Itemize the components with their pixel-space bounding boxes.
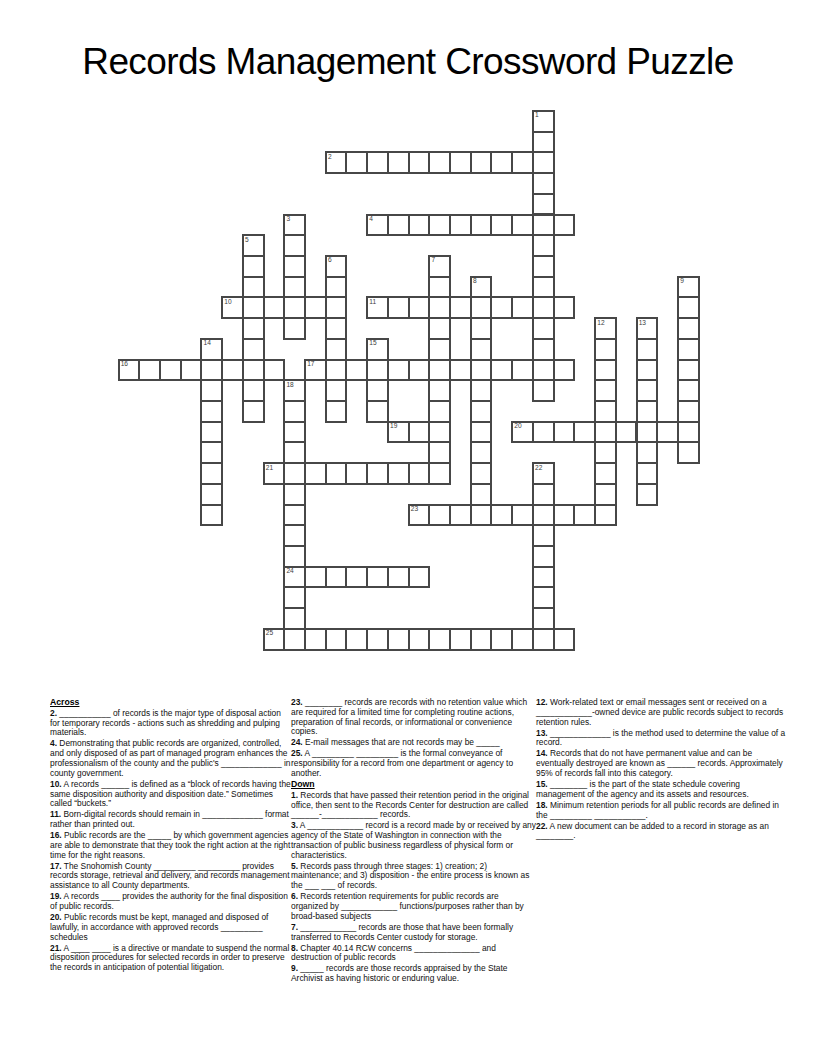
grid-cell[interactable] [428,421,451,444]
clue-across-21: 21. A ____ ____ is a directive or mandat… [50,944,291,973]
grid-cell[interactable] [490,359,513,382]
grid-cell[interactable] [428,296,451,319]
grid-cell[interactable] [470,296,493,319]
cell-number: 6 [328,256,332,264]
grid-cell[interactable] [428,151,451,174]
grid-cell[interactable] [449,628,472,651]
grid-cell[interactable] [573,421,596,444]
grid-cell[interactable]: 24 [283,566,306,589]
cell-number: 17 [307,360,314,368]
grid-cell[interactable] [553,359,576,382]
grid-cell[interactable] [511,628,534,651]
grid-cell[interactable] [470,400,493,423]
grid-cell[interactable] [594,379,617,402]
down-header: Down [291,780,537,790]
grid-cell[interactable] [283,317,306,340]
clue-column-3: 12. Work-related text or email messages … [536,698,786,842]
grid-cell[interactable] [532,193,555,216]
grid-cell[interactable]: 6 [325,255,348,278]
grid-cell[interactable]: 19 [387,421,410,444]
grid-cell[interactable] [159,359,182,382]
grid-cell[interactable] [490,628,513,651]
grid-cell[interactable]: 25 [263,628,286,651]
grid-cell[interactable] [345,359,368,382]
grid-cell[interactable] [470,214,493,237]
grid-cell[interactable] [532,379,555,402]
grid-cell[interactable] [532,421,555,444]
grid-cell[interactable]: 18 [283,379,306,402]
grid-cell[interactable] [242,317,265,340]
cell-number: 20 [514,422,521,430]
grid-cell[interactable]: 22 [532,462,555,485]
grid-cell[interactable] [532,483,555,506]
grid-cell[interactable] [470,317,493,340]
grid-cell[interactable] [636,421,659,444]
clue-across-16: 16. Public records are the _____ by whic… [50,831,291,860]
grid-cell[interactable] [304,296,327,319]
grid-cell[interactable] [242,400,265,423]
grid-cell[interactable] [200,400,223,423]
crossword-grid: 1234567891011121314151617181920212223242… [0,0,816,700]
grid-cell[interactable] [325,379,348,402]
grid-cell[interactable] [263,359,286,382]
cell-number: 24 [286,567,293,575]
grid-cell[interactable] [387,151,410,174]
grid-cell[interactable] [511,214,534,237]
grid-cell[interactable] [636,462,659,485]
grid-cell[interactable] [594,421,617,444]
grid-cell[interactable] [304,462,327,485]
grid-cell[interactable]: 7 [428,255,451,278]
grid-cell[interactable] [532,214,555,237]
grid-cell[interactable] [532,234,555,257]
grid-cell[interactable] [283,234,306,257]
grid-cell[interactable]: 21 [263,462,286,485]
grid-cell[interactable] [636,338,659,361]
grid-cell[interactable] [636,400,659,423]
grid-cell[interactable] [345,151,368,174]
cell-number: 10 [224,298,231,306]
grid-cell[interactable]: 5 [242,234,265,257]
grid-cell[interactable] [408,296,431,319]
clue-down-3: 3. A ____________ record is a record mad… [291,821,537,860]
grid-cell[interactable] [449,359,472,382]
grid-cell[interactable] [677,317,700,340]
grid-cell[interactable] [511,359,534,382]
grid-cell[interactable] [408,214,431,237]
grid-cell[interactable] [325,338,348,361]
clue-across-11: 11. Born-digital records should remain i… [50,810,291,830]
grid-cell[interactable] [636,359,659,382]
grid-cell[interactable]: 4 [366,214,389,237]
grid-cell[interactable] [470,462,493,485]
grid-cell[interactable] [470,151,493,174]
grid-cell[interactable] [366,151,389,174]
grid-cell[interactable] [594,400,617,423]
grid-cell[interactable] [470,379,493,402]
grid-cell[interactable] [304,628,327,651]
grid-cell[interactable] [325,296,348,319]
grid-cell[interactable] [428,317,451,340]
grid-cell[interactable] [532,131,555,154]
grid-cell[interactable] [553,296,576,319]
grid-cell[interactable]: 17 [304,359,327,382]
grid-cell[interactable]: 2 [325,151,348,174]
clue-across-10: 10. A records ______ is defined as a “bl… [50,780,291,809]
grid-cell[interactable]: 23 [408,504,431,527]
grid-cell[interactable] [387,566,410,589]
grid-cell[interactable] [470,421,493,444]
grid-cell[interactable] [345,628,368,651]
clue-down-9: 9. _____ records are those records appra… [291,964,537,984]
grid-cell[interactable] [449,151,472,174]
clue-down-13: 13. _____________ is the method used to … [536,729,786,749]
grid-cell[interactable]: 1 [532,110,555,133]
cell-number: 4 [369,215,373,223]
grid-cell[interactable] [532,566,555,589]
grid-cell[interactable] [408,359,431,382]
grid-cell[interactable] [138,359,161,382]
cell-number: 25 [266,629,273,637]
grid-cell[interactable]: 14 [200,338,223,361]
cell-number: 19 [390,422,397,430]
grid-cell[interactable] [325,462,348,485]
grid-cell[interactable] [242,359,265,382]
grid-cell[interactable] [283,255,306,278]
grid-cell[interactable] [200,441,223,464]
grid-cell[interactable] [511,504,534,527]
grid-cell[interactable] [428,379,451,402]
grid-cell[interactable] [366,359,389,382]
clue-across-24: 24. E-mail messages that are not records… [291,738,537,748]
clue-down-5: 5. Records pass through three stages: 1)… [291,862,537,891]
grid-cell[interactable] [408,151,431,174]
cell-number: 5 [245,236,249,244]
grid-cell[interactable] [366,400,389,423]
cell-number: 1 [535,111,539,119]
grid-cell[interactable] [345,566,368,589]
grid-cell[interactable]: 20 [511,421,534,444]
grid-cell[interactable] [594,504,617,527]
cell-number: 12 [597,319,604,327]
grid-cell[interactable] [532,628,555,651]
grid-cell[interactable]: 9 [677,276,700,299]
grid-cell[interactable] [594,338,617,361]
grid-cell[interactable] [532,296,555,319]
grid-cell[interactable] [656,421,679,444]
cell-number: 3 [286,215,290,223]
grid-cell[interactable] [428,400,451,423]
grid-cell[interactable] [325,276,348,299]
grid-cell[interactable] [677,441,700,464]
grid-cell[interactable] [594,462,617,485]
cell-number: 9 [680,277,684,285]
grid-cell[interactable] [366,462,389,485]
clue-across-23: 23. ________ records are records with no… [291,698,537,737]
grid-cell[interactable]: 12 [594,317,617,340]
grid-cell[interactable] [470,338,493,361]
grid-cell[interactable] [553,504,576,527]
grid-cell[interactable] [532,545,555,568]
grid-cell[interactable] [428,504,451,527]
grid-cell[interactable] [449,296,472,319]
cell-number: 14 [204,339,211,347]
grid-cell[interactable] [345,462,368,485]
grid-cell[interactable] [532,338,555,361]
grid-cell[interactable] [553,421,576,444]
grid-cell[interactable]: 8 [470,276,493,299]
grid-cell[interactable] [325,628,348,651]
grid-cell[interactable] [200,359,223,382]
clue-across-2: 2. ___________ of records is the major t… [50,709,291,738]
across-header: Across [50,698,291,708]
grid-cell[interactable] [366,628,389,651]
grid-cell[interactable] [428,214,451,237]
grid-cell[interactable] [242,338,265,361]
grid-cell[interactable] [511,151,534,174]
clue-down-7: 7. ____________ records are those that h… [291,923,537,943]
clue-column-2: 23. ________ records are records with no… [291,698,537,985]
grid-cell[interactable] [677,400,700,423]
grid-cell[interactable] [387,214,410,237]
grid-cell[interactable] [490,296,513,319]
grid-cell[interactable] [470,441,493,464]
grid-cell[interactable] [532,255,555,278]
grid-cell[interactable] [221,359,244,382]
cell-number: 15 [369,339,376,347]
grid-cell[interactable] [283,628,306,651]
grid-cell[interactable] [532,151,555,174]
grid-cell[interactable] [408,421,431,444]
cell-number: 7 [431,256,435,264]
grid-cell[interactable] [283,400,306,423]
grid-cell[interactable] [283,421,306,444]
grid-cell[interactable] [387,628,410,651]
worksheet-page: Records Management Crossword Puzzle 1234… [0,0,816,1056]
grid-cell[interactable] [449,214,472,237]
cell-number: 21 [266,464,273,472]
grid-cell[interactable] [387,359,410,382]
grid-cell[interactable] [304,566,327,589]
clue-down-6: 6. Records retention requirements for pu… [291,892,537,921]
grid-cell[interactable] [677,421,700,444]
grid-cell[interactable] [283,586,306,609]
grid-cell[interactable] [428,276,451,299]
grid-cell[interactable] [428,441,451,464]
grid-cell[interactable] [677,359,700,382]
grid-cell[interactable] [263,296,286,319]
clue-down-15: 15. ________ is the part of the state sc… [536,780,786,800]
grid-cell[interactable] [532,359,555,382]
grid-cell[interactable] [532,172,555,195]
grid-cell[interactable] [200,421,223,444]
grid-cell[interactable] [408,566,431,589]
grid-cell[interactable] [594,483,617,506]
grid-cell[interactable] [180,359,203,382]
cell-number: 8 [473,277,477,285]
cell-number: 13 [639,319,646,327]
clue-down-1: 1. Records that have passed their retent… [291,791,537,820]
clue-across-19: 19. A records ____ provides the authorit… [50,892,291,912]
grid-cell[interactable] [242,296,265,319]
cell-number: 2 [328,153,332,161]
grid-cell[interactable] [532,607,555,630]
grid-cell[interactable] [490,504,513,527]
grid-cell[interactable]: 3 [283,214,306,237]
grid-cell[interactable]: 15 [366,338,389,361]
grid-cell[interactable] [615,421,638,444]
grid-cell[interactable] [677,296,700,319]
grid-cell[interactable] [470,628,493,651]
grid-cell[interactable] [553,628,576,651]
grid-cell[interactable] [636,441,659,464]
cell-number: 23 [411,505,418,513]
grid-cell[interactable] [594,359,617,382]
grid-cell[interactable] [594,441,617,464]
grid-cell[interactable] [490,151,513,174]
clue-column-1: Across2. ___________ of records is the m… [50,698,291,974]
cell-number: 11 [369,298,376,306]
clue-down-12: 12. Work-related text or email messages … [536,698,786,727]
clue-down-18: 18. Minimum retention periods for all pu… [536,801,786,821]
grid-cell[interactable]: 10 [221,296,244,319]
grid-cell[interactable] [200,483,223,506]
grid-cell[interactable] [428,359,451,382]
grid-cell[interactable] [553,214,576,237]
grid-cell[interactable] [242,255,265,278]
grid-cell[interactable] [532,317,555,340]
grid-cell[interactable] [242,379,265,402]
grid-cell[interactable] [283,462,306,485]
clue-down-22: 22. A new document can be added to a rec… [536,822,786,842]
grid-cell[interactable] [532,586,555,609]
grid-cell[interactable] [573,504,596,527]
grid-cell[interactable] [449,504,472,527]
grid-cell[interactable] [283,504,306,527]
grid-cell[interactable] [283,524,306,547]
grid-cell[interactable] [325,317,348,340]
clue-across-20: 20. Public records must be kept, managed… [50,913,291,942]
grid-cell[interactable]: 16 [118,359,141,382]
grid-cell[interactable] [532,276,555,299]
grid-cell[interactable] [677,379,700,402]
grid-cell[interactable] [200,462,223,485]
cell-number: 22 [535,464,542,472]
grid-cell[interactable] [200,379,223,402]
grid-cell[interactable] [366,566,389,589]
grid-cell[interactable]: 13 [636,317,659,340]
grid-cell[interactable] [428,628,451,651]
grid-cell[interactable] [636,379,659,402]
grid-cell[interactable] [387,296,410,319]
grid-cell[interactable] [200,504,223,527]
grid-cell[interactable] [325,566,348,589]
grid-cell[interactable] [532,504,555,527]
grid-cell[interactable] [511,296,534,319]
grid-cell[interactable] [428,338,451,361]
grid-cell[interactable] [470,359,493,382]
grid-cell[interactable] [366,379,389,402]
clue-down-8: 8. Chapter 40.14 RCW concerns __________… [291,944,537,964]
grid-cell[interactable] [408,462,431,485]
grid-cell[interactable] [283,607,306,630]
grid-cell[interactable] [283,545,306,568]
clue-down-14: 14. Records that do not have permanent v… [536,749,786,778]
grid-cell[interactable] [490,214,513,237]
grid-cell[interactable] [470,483,493,506]
grid-cell[interactable] [283,441,306,464]
grid-cell[interactable] [677,338,700,361]
cell-number: 18 [286,381,293,389]
grid-cell[interactable] [470,504,493,527]
grid-cell[interactable] [283,276,306,299]
grid-cell[interactable] [387,462,410,485]
grid-cell[interactable] [325,400,348,423]
clue-across-25: 25. A _________ _________ is the formal … [291,749,537,778]
cell-number: 16 [121,360,128,368]
grid-cell[interactable] [408,628,431,651]
clue-across-17: 17. The Snohomish County _________ _____… [50,862,291,891]
grid-cell[interactable] [283,296,306,319]
grid-cell[interactable] [242,276,265,299]
grid-cell[interactable]: 11 [366,296,389,319]
grid-cell[interactable] [532,524,555,547]
grid-cell[interactable] [283,483,306,506]
grid-cell[interactable] [636,483,659,506]
grid-cell[interactable] [428,462,451,485]
clue-across-4: 4. Demonstrating that public records are… [50,739,291,778]
grid-cell[interactable] [325,359,348,382]
